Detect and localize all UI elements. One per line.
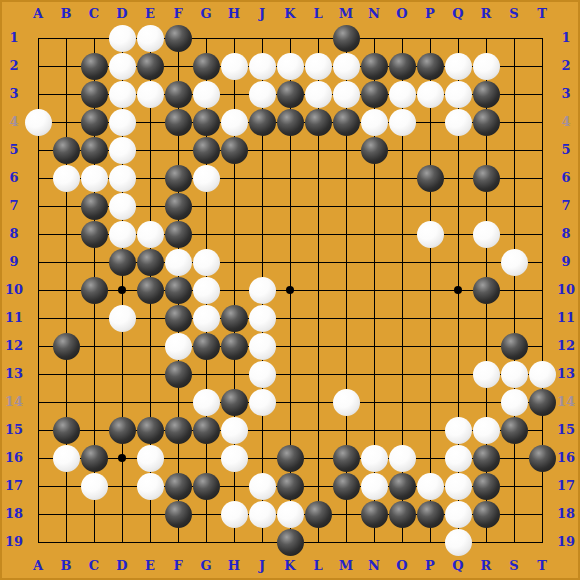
intersection-F3[interactable] — [164, 80, 192, 108]
intersection-S14[interactable] — [500, 388, 528, 416]
intersection-N12[interactable] — [360, 332, 388, 360]
intersection-M18[interactable] — [332, 500, 360, 528]
intersection-J4[interactable] — [248, 108, 276, 136]
intersection-P12[interactable] — [416, 332, 444, 360]
intersection-B14[interactable] — [52, 388, 80, 416]
intersection-J8[interactable] — [248, 220, 276, 248]
intersection-H10[interactable] — [220, 276, 248, 304]
intersection-D1[interactable] — [108, 24, 136, 52]
intersection-M10[interactable] — [332, 276, 360, 304]
intersection-K19[interactable] — [276, 528, 304, 556]
intersection-F8[interactable] — [164, 220, 192, 248]
intersection-R19[interactable] — [472, 528, 500, 556]
intersection-R4[interactable] — [472, 108, 500, 136]
intersection-N19[interactable] — [360, 528, 388, 556]
intersection-H2[interactable] — [220, 52, 248, 80]
intersection-S3[interactable] — [500, 80, 528, 108]
intersection-J9[interactable] — [248, 248, 276, 276]
intersection-O3[interactable] — [388, 80, 416, 108]
intersection-Q7[interactable] — [444, 192, 472, 220]
intersection-M11[interactable] — [332, 304, 360, 332]
intersection-J14[interactable] — [248, 388, 276, 416]
intersection-S1[interactable] — [500, 24, 528, 52]
intersection-Q17[interactable] — [444, 472, 472, 500]
intersection-M2[interactable] — [332, 52, 360, 80]
intersection-D9[interactable] — [108, 248, 136, 276]
intersection-P5[interactable] — [416, 136, 444, 164]
intersection-R1[interactable] — [472, 24, 500, 52]
intersection-S17[interactable] — [500, 472, 528, 500]
intersection-F11[interactable] — [164, 304, 192, 332]
intersection-F4[interactable] — [164, 108, 192, 136]
intersection-J13[interactable] — [248, 360, 276, 388]
intersection-O18[interactable] — [388, 500, 416, 528]
intersection-E19[interactable] — [136, 528, 164, 556]
intersection-F15[interactable] — [164, 416, 192, 444]
intersection-B5[interactable] — [52, 136, 80, 164]
intersection-P15[interactable] — [416, 416, 444, 444]
intersection-L10[interactable] — [304, 276, 332, 304]
intersection-N9[interactable] — [360, 248, 388, 276]
intersection-D19[interactable] — [108, 528, 136, 556]
intersection-Q3[interactable] — [444, 80, 472, 108]
intersection-R2[interactable] — [472, 52, 500, 80]
intersection-S6[interactable] — [500, 164, 528, 192]
intersection-O13[interactable] — [388, 360, 416, 388]
intersection-K14[interactable] — [276, 388, 304, 416]
intersection-D8[interactable] — [108, 220, 136, 248]
intersection-K17[interactable] — [276, 472, 304, 500]
intersection-B3[interactable] — [52, 80, 80, 108]
intersection-P1[interactable] — [416, 24, 444, 52]
intersection-E1[interactable] — [136, 24, 164, 52]
intersection-D18[interactable] — [108, 500, 136, 528]
intersection-R13[interactable] — [472, 360, 500, 388]
intersection-L15[interactable] — [304, 416, 332, 444]
intersection-G5[interactable] — [192, 136, 220, 164]
intersection-J12[interactable] — [248, 332, 276, 360]
intersection-M7[interactable] — [332, 192, 360, 220]
intersection-N4[interactable] — [360, 108, 388, 136]
intersection-C8[interactable] — [80, 220, 108, 248]
intersection-A10[interactable] — [24, 276, 52, 304]
intersection-Q2[interactable] — [444, 52, 472, 80]
intersection-G13[interactable] — [192, 360, 220, 388]
intersection-M1[interactable] — [332, 24, 360, 52]
intersection-B12[interactable] — [52, 332, 80, 360]
intersection-C6[interactable] — [80, 164, 108, 192]
intersection-Q11[interactable] — [444, 304, 472, 332]
intersection-P7[interactable] — [416, 192, 444, 220]
intersection-A3[interactable] — [24, 80, 52, 108]
intersection-J18[interactable] — [248, 500, 276, 528]
intersection-P16[interactable] — [416, 444, 444, 472]
intersection-M16[interactable] — [332, 444, 360, 472]
intersection-P6[interactable] — [416, 164, 444, 192]
intersection-L13[interactable] — [304, 360, 332, 388]
intersection-D14[interactable] — [108, 388, 136, 416]
intersection-N5[interactable] — [360, 136, 388, 164]
intersection-R8[interactable] — [472, 220, 500, 248]
intersection-D2[interactable] — [108, 52, 136, 80]
intersection-H17[interactable] — [220, 472, 248, 500]
intersection-K4[interactable] — [276, 108, 304, 136]
intersection-F1[interactable] — [164, 24, 192, 52]
intersection-L9[interactable] — [304, 248, 332, 276]
intersection-J11[interactable] — [248, 304, 276, 332]
intersection-M17[interactable] — [332, 472, 360, 500]
intersection-N2[interactable] — [360, 52, 388, 80]
intersection-Q15[interactable] — [444, 416, 472, 444]
intersection-C10[interactable] — [80, 276, 108, 304]
intersection-J10[interactable] — [248, 276, 276, 304]
intersection-A12[interactable] — [24, 332, 52, 360]
intersection-L19[interactable] — [304, 528, 332, 556]
intersection-D3[interactable] — [108, 80, 136, 108]
intersection-E16[interactable] — [136, 444, 164, 472]
intersection-J19[interactable] — [248, 528, 276, 556]
intersection-G3[interactable] — [192, 80, 220, 108]
intersection-J6[interactable] — [248, 164, 276, 192]
intersection-L18[interactable] — [304, 500, 332, 528]
intersection-R11[interactable] — [472, 304, 500, 332]
intersection-F7[interactable] — [164, 192, 192, 220]
intersection-D5[interactable] — [108, 136, 136, 164]
intersection-F2[interactable] — [164, 52, 192, 80]
intersection-J17[interactable] — [248, 472, 276, 500]
intersection-A15[interactable] — [24, 416, 52, 444]
intersection-E3[interactable] — [136, 80, 164, 108]
intersection-D7[interactable] — [108, 192, 136, 220]
intersection-F14[interactable] — [164, 388, 192, 416]
intersection-N6[interactable] — [360, 164, 388, 192]
intersection-F5[interactable] — [164, 136, 192, 164]
intersection-P10[interactable] — [416, 276, 444, 304]
intersection-B10[interactable] — [52, 276, 80, 304]
intersection-J3[interactable] — [248, 80, 276, 108]
intersection-R18[interactable] — [472, 500, 500, 528]
intersection-H5[interactable] — [220, 136, 248, 164]
intersection-H13[interactable] — [220, 360, 248, 388]
intersection-D10[interactable] — [108, 276, 136, 304]
intersection-K7[interactable] — [276, 192, 304, 220]
intersection-S16[interactable] — [500, 444, 528, 472]
intersection-L3[interactable] — [304, 80, 332, 108]
intersection-A11[interactable] — [24, 304, 52, 332]
intersection-C11[interactable] — [80, 304, 108, 332]
intersection-N10[interactable] — [360, 276, 388, 304]
intersection-Q10[interactable] — [444, 276, 472, 304]
intersection-G4[interactable] — [192, 108, 220, 136]
intersection-L5[interactable] — [304, 136, 332, 164]
intersection-H19[interactable] — [220, 528, 248, 556]
intersection-E5[interactable] — [136, 136, 164, 164]
intersection-K10[interactable] — [276, 276, 304, 304]
intersection-O15[interactable] — [388, 416, 416, 444]
intersection-L1[interactable] — [304, 24, 332, 52]
intersection-R3[interactable] — [472, 80, 500, 108]
intersection-H11[interactable] — [220, 304, 248, 332]
intersection-E6[interactable] — [136, 164, 164, 192]
intersection-K2[interactable] — [276, 52, 304, 80]
intersection-B2[interactable] — [52, 52, 80, 80]
intersection-M6[interactable] — [332, 164, 360, 192]
intersection-Q1[interactable] — [444, 24, 472, 52]
intersection-K1[interactable] — [276, 24, 304, 52]
intersection-B8[interactable] — [52, 220, 80, 248]
intersection-D17[interactable] — [108, 472, 136, 500]
intersection-R16[interactable] — [472, 444, 500, 472]
intersection-R7[interactable] — [472, 192, 500, 220]
intersection-H3[interactable] — [220, 80, 248, 108]
intersection-O6[interactable] — [388, 164, 416, 192]
intersection-R17[interactable] — [472, 472, 500, 500]
intersection-H18[interactable] — [220, 500, 248, 528]
intersection-P19[interactable] — [416, 528, 444, 556]
intersection-A9[interactable] — [24, 248, 52, 276]
intersection-G2[interactable] — [192, 52, 220, 80]
intersection-C14[interactable] — [80, 388, 108, 416]
intersection-A17[interactable] — [24, 472, 52, 500]
intersection-F17[interactable] — [164, 472, 192, 500]
intersection-J1[interactable] — [248, 24, 276, 52]
intersection-M9[interactable] — [332, 248, 360, 276]
intersection-N7[interactable] — [360, 192, 388, 220]
intersection-S5[interactable] — [500, 136, 528, 164]
intersection-O14[interactable] — [388, 388, 416, 416]
intersection-M12[interactable] — [332, 332, 360, 360]
intersection-E17[interactable] — [136, 472, 164, 500]
intersection-N3[interactable] — [360, 80, 388, 108]
intersection-B18[interactable] — [52, 500, 80, 528]
intersection-P17[interactable] — [416, 472, 444, 500]
intersection-C7[interactable] — [80, 192, 108, 220]
intersection-G17[interactable] — [192, 472, 220, 500]
intersection-G7[interactable] — [192, 192, 220, 220]
intersection-A14[interactable] — [24, 388, 52, 416]
intersection-M3[interactable] — [332, 80, 360, 108]
intersection-R15[interactable] — [472, 416, 500, 444]
intersection-C19[interactable] — [80, 528, 108, 556]
intersection-H9[interactable] — [220, 248, 248, 276]
intersection-Q16[interactable] — [444, 444, 472, 472]
intersection-C5[interactable] — [80, 136, 108, 164]
intersection-H1[interactable] — [220, 24, 248, 52]
intersection-N17[interactable] — [360, 472, 388, 500]
intersection-K18[interactable] — [276, 500, 304, 528]
intersection-H7[interactable] — [220, 192, 248, 220]
intersection-Q13[interactable] — [444, 360, 472, 388]
intersection-G14[interactable] — [192, 388, 220, 416]
intersection-F12[interactable] — [164, 332, 192, 360]
intersection-D4[interactable] — [108, 108, 136, 136]
intersection-R5[interactable] — [472, 136, 500, 164]
intersection-A8[interactable] — [24, 220, 52, 248]
intersection-H8[interactable] — [220, 220, 248, 248]
intersection-B9[interactable] — [52, 248, 80, 276]
intersection-M15[interactable] — [332, 416, 360, 444]
intersection-D6[interactable] — [108, 164, 136, 192]
intersection-H14[interactable] — [220, 388, 248, 416]
intersection-H4[interactable] — [220, 108, 248, 136]
intersection-K6[interactable] — [276, 164, 304, 192]
intersection-S4[interactable] — [500, 108, 528, 136]
intersection-N13[interactable] — [360, 360, 388, 388]
intersection-M14[interactable] — [332, 388, 360, 416]
intersection-E2[interactable] — [136, 52, 164, 80]
intersection-G16[interactable] — [192, 444, 220, 472]
intersection-N18[interactable] — [360, 500, 388, 528]
intersection-A2[interactable] — [24, 52, 52, 80]
intersection-K9[interactable] — [276, 248, 304, 276]
intersection-G10[interactable] — [192, 276, 220, 304]
intersection-Q9[interactable] — [444, 248, 472, 276]
intersection-O8[interactable] — [388, 220, 416, 248]
intersection-S13[interactable] — [500, 360, 528, 388]
intersection-Q18[interactable] — [444, 500, 472, 528]
intersection-A16[interactable] — [24, 444, 52, 472]
intersection-R6[interactable] — [472, 164, 500, 192]
intersection-F18[interactable] — [164, 500, 192, 528]
intersection-P14[interactable] — [416, 388, 444, 416]
intersection-O19[interactable] — [388, 528, 416, 556]
intersection-S18[interactable] — [500, 500, 528, 528]
intersection-B19[interactable] — [52, 528, 80, 556]
intersection-S11[interactable] — [500, 304, 528, 332]
intersection-O5[interactable] — [388, 136, 416, 164]
intersection-P2[interactable] — [416, 52, 444, 80]
intersection-C12[interactable] — [80, 332, 108, 360]
intersection-Q14[interactable] — [444, 388, 472, 416]
intersection-G8[interactable] — [192, 220, 220, 248]
intersection-E18[interactable] — [136, 500, 164, 528]
intersection-E13[interactable] — [136, 360, 164, 388]
intersection-L14[interactable] — [304, 388, 332, 416]
intersection-H16[interactable] — [220, 444, 248, 472]
intersection-A4[interactable] — [24, 108, 52, 136]
intersection-C1[interactable] — [80, 24, 108, 52]
intersection-H6[interactable] — [220, 164, 248, 192]
intersection-O9[interactable] — [388, 248, 416, 276]
intersection-F6[interactable] — [164, 164, 192, 192]
intersection-O12[interactable] — [388, 332, 416, 360]
intersection-K11[interactable] — [276, 304, 304, 332]
intersection-O16[interactable] — [388, 444, 416, 472]
intersection-B17[interactable] — [52, 472, 80, 500]
intersection-L4[interactable] — [304, 108, 332, 136]
intersection-S12[interactable] — [500, 332, 528, 360]
intersection-P11[interactable] — [416, 304, 444, 332]
intersection-S10[interactable] — [500, 276, 528, 304]
intersection-L8[interactable] — [304, 220, 332, 248]
intersection-A13[interactable] — [24, 360, 52, 388]
intersection-P3[interactable] — [416, 80, 444, 108]
intersection-N8[interactable] — [360, 220, 388, 248]
intersection-M8[interactable] — [332, 220, 360, 248]
intersection-M5[interactable] — [332, 136, 360, 164]
intersection-G19[interactable] — [192, 528, 220, 556]
intersection-E7[interactable] — [136, 192, 164, 220]
intersection-G18[interactable] — [192, 500, 220, 528]
intersection-D11[interactable] — [108, 304, 136, 332]
intersection-R14[interactable] — [472, 388, 500, 416]
intersection-M4[interactable] — [332, 108, 360, 136]
intersection-C3[interactable] — [80, 80, 108, 108]
intersection-E9[interactable] — [136, 248, 164, 276]
intersection-L2[interactable] — [304, 52, 332, 80]
intersection-P13[interactable] — [416, 360, 444, 388]
intersection-O17[interactable] — [388, 472, 416, 500]
intersection-S19[interactable] — [500, 528, 528, 556]
intersection-P8[interactable] — [416, 220, 444, 248]
intersection-N16[interactable] — [360, 444, 388, 472]
intersection-S8[interactable] — [500, 220, 528, 248]
intersection-E15[interactable] — [136, 416, 164, 444]
intersection-Q12[interactable] — [444, 332, 472, 360]
intersection-S15[interactable] — [500, 416, 528, 444]
intersection-B16[interactable] — [52, 444, 80, 472]
intersection-E4[interactable] — [136, 108, 164, 136]
intersection-P18[interactable] — [416, 500, 444, 528]
intersection-C16[interactable] — [80, 444, 108, 472]
intersection-H15[interactable] — [220, 416, 248, 444]
intersection-A18[interactable] — [24, 500, 52, 528]
intersection-L6[interactable] — [304, 164, 332, 192]
intersection-Q4[interactable] — [444, 108, 472, 136]
intersection-R12[interactable] — [472, 332, 500, 360]
intersection-A5[interactable] — [24, 136, 52, 164]
intersection-P9[interactable] — [416, 248, 444, 276]
intersection-J7[interactable] — [248, 192, 276, 220]
intersection-Q6[interactable] — [444, 164, 472, 192]
intersection-C17[interactable] — [80, 472, 108, 500]
intersection-M13[interactable] — [332, 360, 360, 388]
intersection-K15[interactable] — [276, 416, 304, 444]
intersection-O10[interactable] — [388, 276, 416, 304]
intersection-D15[interactable] — [108, 416, 136, 444]
intersection-F9[interactable] — [164, 248, 192, 276]
intersection-L16[interactable] — [304, 444, 332, 472]
intersection-D13[interactable] — [108, 360, 136, 388]
intersection-B1[interactable] — [52, 24, 80, 52]
intersection-G1[interactable] — [192, 24, 220, 52]
intersection-L12[interactable] — [304, 332, 332, 360]
intersection-C4[interactable] — [80, 108, 108, 136]
intersection-N11[interactable] — [360, 304, 388, 332]
intersection-Q8[interactable] — [444, 220, 472, 248]
intersection-K13[interactable] — [276, 360, 304, 388]
intersection-N1[interactable] — [360, 24, 388, 52]
intersection-P4[interactable] — [416, 108, 444, 136]
intersection-G11[interactable] — [192, 304, 220, 332]
intersection-S9[interactable] — [500, 248, 528, 276]
intersection-G6[interactable] — [192, 164, 220, 192]
intersection-B15[interactable] — [52, 416, 80, 444]
intersection-B4[interactable] — [52, 108, 80, 136]
intersection-F16[interactable] — [164, 444, 192, 472]
intersection-K12[interactable] — [276, 332, 304, 360]
intersection-K3[interactable] — [276, 80, 304, 108]
intersection-K8[interactable] — [276, 220, 304, 248]
intersection-E12[interactable] — [136, 332, 164, 360]
intersection-L17[interactable] — [304, 472, 332, 500]
intersection-E14[interactable] — [136, 388, 164, 416]
intersection-C2[interactable] — [80, 52, 108, 80]
intersection-A7[interactable] — [24, 192, 52, 220]
intersection-F10[interactable] — [164, 276, 192, 304]
intersection-G9[interactable] — [192, 248, 220, 276]
intersection-C13[interactable] — [80, 360, 108, 388]
